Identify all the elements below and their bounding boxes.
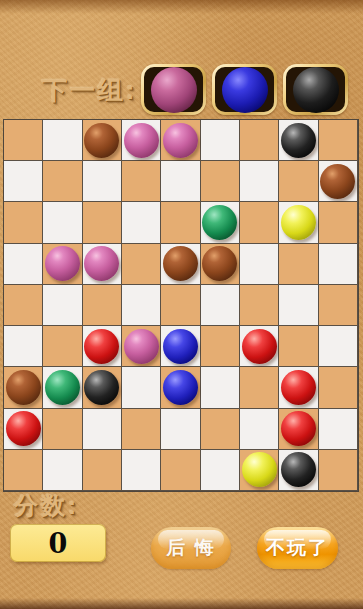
board-cell[interactable] (279, 326, 318, 367)
next-ball-blue (222, 67, 268, 113)
button-gloss (264, 530, 331, 549)
board-cell[interactable] (161, 326, 200, 367)
ball-green[interactable] (202, 205, 237, 240)
board-cell[interactable] (201, 409, 240, 450)
board-cell[interactable] (4, 367, 43, 408)
ball-brown[interactable] (202, 246, 237, 281)
board-cell[interactable] (43, 285, 82, 326)
next-ball-pink (151, 67, 197, 113)
next-ball-tile (283, 64, 348, 115)
board-cell[interactable] (240, 450, 279, 491)
board-cell[interactable] (83, 244, 122, 285)
ball-pink[interactable] (163, 123, 198, 158)
score-display: 0 (10, 524, 106, 562)
ball-brown[interactable] (6, 370, 41, 405)
ball-red[interactable] (6, 411, 41, 446)
board-cell[interactable] (161, 450, 200, 491)
board-cell[interactable] (240, 161, 279, 202)
board-cell[interactable] (161, 161, 200, 202)
board-cell[interactable] (279, 120, 318, 161)
ball-pink[interactable] (45, 246, 80, 281)
board-cell[interactable] (43, 244, 82, 285)
board-cell[interactable] (4, 244, 43, 285)
board-cell[interactable] (319, 450, 358, 491)
next-ball-tile (141, 64, 206, 115)
board-cell[interactable] (319, 409, 358, 450)
game-screen: 下一组: 分数: 0 后 悔 不玩了 (0, 0, 363, 609)
board-cell[interactable] (161, 244, 200, 285)
board-cell[interactable] (4, 450, 43, 491)
ball-pink[interactable] (84, 246, 119, 281)
board-cell[interactable] (43, 367, 82, 408)
ball-red[interactable] (281, 411, 316, 446)
ball-yellow[interactable] (281, 205, 316, 240)
board-cell[interactable] (83, 285, 122, 326)
board-cell[interactable] (240, 120, 279, 161)
board-cell[interactable] (279, 450, 318, 491)
board-cell[interactable] (319, 367, 358, 408)
board-cell[interactable] (201, 367, 240, 408)
board-cell[interactable] (279, 202, 318, 243)
next-ball-tile (212, 64, 277, 115)
board-cell[interactable] (83, 450, 122, 491)
board-cell[interactable] (240, 285, 279, 326)
board-cell[interactable] (83, 161, 122, 202)
ball-brown[interactable] (320, 164, 355, 199)
board-cell[interactable] (201, 161, 240, 202)
board-cell[interactable] (279, 285, 318, 326)
board-cell[interactable] (4, 326, 43, 367)
board-cell[interactable] (83, 367, 122, 408)
board-cell[interactable] (122, 285, 161, 326)
board-cell[interactable] (43, 120, 82, 161)
score-label: 分数: (14, 490, 79, 522)
board-cell[interactable] (319, 285, 358, 326)
board-cell[interactable] (122, 326, 161, 367)
ball-brown[interactable] (84, 123, 119, 158)
quit-button[interactable]: 不玩了 (257, 527, 338, 569)
board-cell[interactable] (240, 202, 279, 243)
board-cell[interactable] (279, 409, 318, 450)
board-cell[interactable] (4, 161, 43, 202)
board-cell[interactable] (43, 202, 82, 243)
board-cell[interactable] (122, 244, 161, 285)
board-cell[interactable] (240, 244, 279, 285)
board-cell[interactable] (161, 120, 200, 161)
board-cell[interactable] (161, 367, 200, 408)
board-cell[interactable] (161, 202, 200, 243)
board-cell[interactable] (43, 450, 82, 491)
ball-brown[interactable] (163, 246, 198, 281)
ball-black[interactable] (281, 123, 316, 158)
game-board (3, 119, 359, 492)
board-cell[interactable] (201, 244, 240, 285)
board-cell[interactable] (319, 120, 358, 161)
board-cell[interactable] (4, 120, 43, 161)
next-ball-tile-inner (144, 67, 203, 112)
ball-yellow[interactable] (242, 452, 277, 487)
board-cell[interactable] (201, 450, 240, 491)
undo-button[interactable]: 后 悔 (151, 527, 231, 569)
ball-red[interactable] (242, 329, 277, 364)
board-cell[interactable] (83, 202, 122, 243)
next-group-label: 下一组: (42, 74, 137, 107)
next-ball-tile-inner (286, 67, 345, 112)
board-cell[interactable] (161, 285, 200, 326)
ball-blue[interactable] (163, 370, 198, 405)
ball-black[interactable] (281, 452, 316, 487)
next-ball-tile-inner (215, 67, 274, 112)
board-cell[interactable] (4, 285, 43, 326)
board-cell[interactable] (122, 367, 161, 408)
board-cell[interactable] (201, 120, 240, 161)
board-cell[interactable] (319, 202, 358, 243)
board-cell[interactable] (240, 367, 279, 408)
board-cell[interactable] (279, 367, 318, 408)
board-cell[interactable] (43, 326, 82, 367)
board-cell[interactable] (4, 409, 43, 450)
board-cell[interactable] (240, 326, 279, 367)
board-cell[interactable] (122, 202, 161, 243)
board-cell[interactable] (122, 161, 161, 202)
ball-blue[interactable] (163, 329, 198, 364)
score-value: 0 (49, 530, 68, 557)
board-cell[interactable] (279, 244, 318, 285)
ball-red[interactable] (281, 370, 316, 405)
board-cell[interactable] (122, 450, 161, 491)
board-cell[interactable] (43, 409, 82, 450)
board-cell[interactable] (4, 202, 43, 243)
board-cell[interactable] (201, 285, 240, 326)
board-cell[interactable] (319, 326, 358, 367)
ball-green[interactable] (45, 370, 80, 405)
board-cell[interactable] (83, 120, 122, 161)
button-gloss (158, 530, 224, 549)
board-cell[interactable] (43, 161, 82, 202)
board-cell[interactable] (83, 409, 122, 450)
board-cell[interactable] (319, 244, 358, 285)
board-cell[interactable] (161, 409, 200, 450)
board-cell[interactable] (83, 326, 122, 367)
ball-pink[interactable] (124, 329, 159, 364)
next-ball-black (293, 67, 339, 113)
ball-red[interactable] (84, 329, 119, 364)
board-cell[interactable] (201, 202, 240, 243)
board-cell[interactable] (319, 161, 358, 202)
board-cell[interactable] (279, 161, 318, 202)
board-cell[interactable] (201, 326, 240, 367)
next-group-tray (141, 64, 348, 115)
board-cell[interactable] (240, 409, 279, 450)
board-cell[interactable] (122, 120, 161, 161)
board-cell[interactable] (122, 409, 161, 450)
ball-pink[interactable] (124, 123, 159, 158)
ball-black[interactable] (84, 370, 119, 405)
